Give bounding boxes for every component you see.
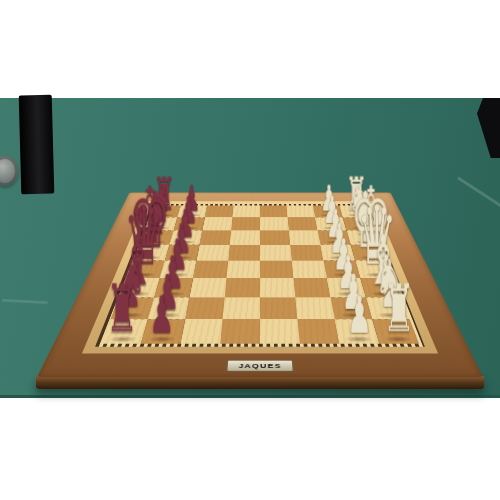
- square-g6[interactable]: [202, 217, 232, 230]
- square-c3[interactable]: [293, 278, 330, 297]
- board-border: ♜♟♟♜♞♟♟♞♝♟♟♝♚♟♟♚♛♟♟♛♝♟♟♝♞♟♟♞♜♟♟♜: [37, 192, 483, 377]
- square-f4[interactable]: [260, 230, 290, 244]
- square-a1[interactable]: ♜: [372, 319, 419, 343]
- square-h4[interactable]: [260, 205, 288, 217]
- square-a6[interactable]: [180, 319, 222, 343]
- maple-band: ♜♟♟♜♞♟♟♞♝♟♟♝♚♟♟♚♛♟♟♛♝♟♟♝♞♟♟♞♜♟♟♜: [82, 201, 438, 353]
- square-b4[interactable]: [260, 297, 297, 319]
- square-c6[interactable]: [189, 278, 226, 297]
- square-e5[interactable]: [228, 245, 260, 261]
- square-e4[interactable]: [260, 245, 292, 261]
- maker-plaque: JAQUES: [226, 360, 293, 371]
- square-a4[interactable]: [260, 319, 300, 343]
- white-rook[interactable]: ♜: [382, 276, 414, 342]
- square-h6[interactable]: [205, 205, 234, 217]
- square-e3[interactable]: [290, 245, 323, 261]
- square-g5[interactable]: [231, 217, 260, 230]
- red-pawn[interactable]: ♟: [149, 290, 174, 341]
- square-a5[interactable]: [220, 319, 260, 343]
- square-e6[interactable]: [197, 245, 230, 261]
- board-front-edge: [36, 376, 484, 389]
- square-f6[interactable]: [200, 230, 232, 244]
- square-f3[interactable]: [289, 230, 321, 244]
- inlay-line: ♜♟♟♜♞♟♟♞♝♟♟♝♚♟♟♚♛♟♟♛♝♟♟♝♞♟♟♞♜♟♟♜: [95, 204, 425, 347]
- square-b3[interactable]: [295, 297, 335, 319]
- white-pawn[interactable]: ♟: [346, 290, 371, 341]
- board-wrap: ♜♟♟♜♞♟♟♞♝♟♟♝♚♟♟♚♛♟♟♛♝♟♟♝♞♟♟♞♜♟♟♜ JAQUES: [37, 0, 483, 377]
- photo: ♜♟♟♜♞♟♟♞♝♟♟♝♚♟♟♚♛♟♟♛♝♟♟♝♞♟♟♞♜♟♟♜ JAQUES: [0, 0, 500, 500]
- square-d4[interactable]: [260, 261, 293, 278]
- board-grid: ♜♟♟♜♞♟♟♞♝♟♟♝♚♟♟♚♛♟♟♛♝♟♟♝♞♟♟♞♜♟♟♜: [101, 205, 419, 343]
- square-h3[interactable]: [286, 205, 315, 217]
- square-b6[interactable]: [185, 297, 225, 319]
- square-c4[interactable]: [260, 278, 295, 297]
- square-g3[interactable]: [288, 217, 318, 230]
- square-c5[interactable]: [225, 278, 260, 297]
- square-f5[interactable]: [230, 230, 260, 244]
- red-rook[interactable]: ♜: [106, 276, 138, 342]
- square-a3[interactable]: [297, 319, 339, 343]
- square-h5[interactable]: [232, 205, 260, 217]
- square-b5[interactable]: [223, 297, 260, 319]
- square-g4[interactable]: [260, 217, 289, 230]
- square-a7[interactable]: ♟: [141, 319, 186, 343]
- square-d3[interactable]: [292, 261, 327, 278]
- chess-board: ♜♟♟♜♞♟♟♞♝♟♟♝♚♟♟♚♛♟♟♛♝♟♟♝♞♟♟♞♜♟♟♜ JAQUES: [37, 192, 483, 377]
- square-d6[interactable]: [193, 261, 228, 278]
- square-d5[interactable]: [227, 261, 260, 278]
